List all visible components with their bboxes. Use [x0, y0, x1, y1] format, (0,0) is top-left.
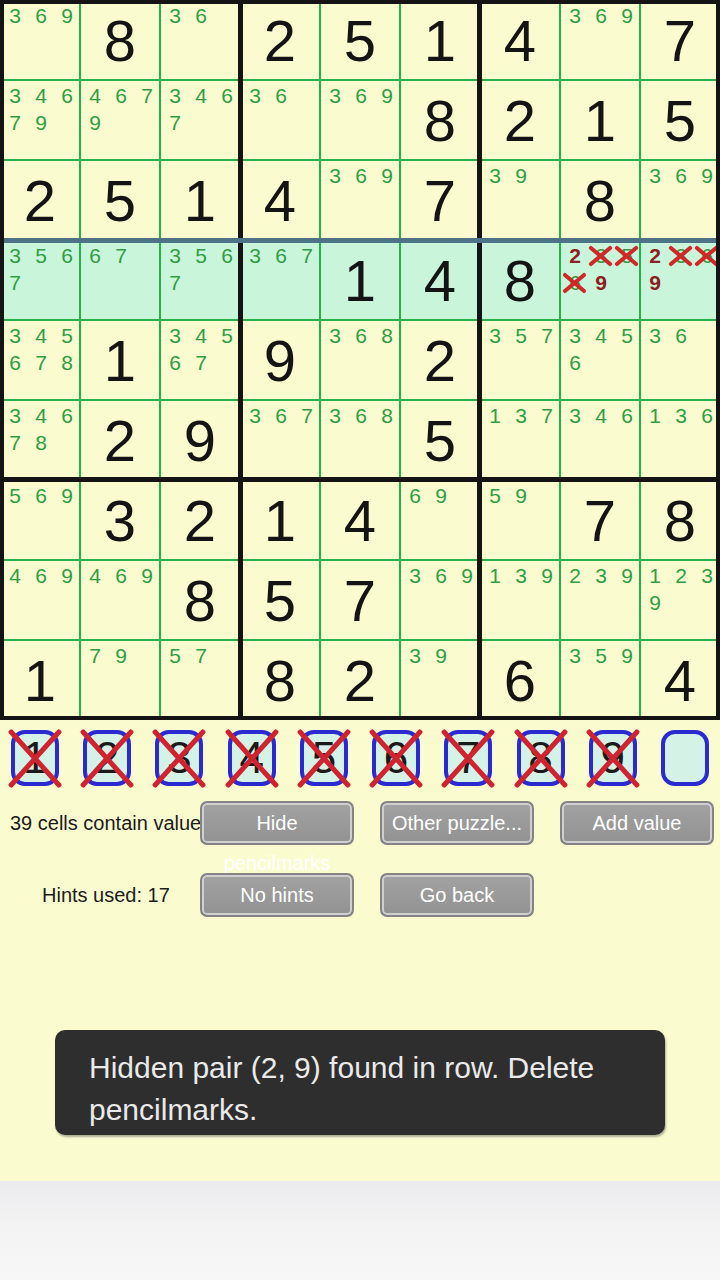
add-value-button[interactable]: Add value — [560, 801, 714, 845]
cell-value: 8 — [240, 640, 320, 720]
number-button-clear[interactable] — [661, 730, 709, 786]
crossout-icon — [613, 243, 640, 268]
cell-value: 4 — [640, 640, 720, 720]
pencilmark: 7 — [189, 643, 213, 668]
pencilmark: 9 — [695, 163, 719, 188]
cell-r7c6[interactable]: 69 — [400, 480, 480, 560]
cell-r8c7[interactable]: 139 — [480, 560, 560, 640]
pencilmark: 6 — [3, 350, 27, 375]
cell-r3c2[interactable]: 5 — [80, 160, 160, 240]
cell-value: 5 — [80, 160, 160, 240]
pencilmark: 5 — [55, 323, 79, 348]
cell-r3c7[interactable]: 39 — [480, 160, 560, 240]
cell-r7c9[interactable]: 8 — [640, 480, 720, 560]
pencilmark: 3 — [243, 243, 267, 268]
pencilmark: 6 — [695, 243, 719, 268]
cell-value: 1 — [240, 480, 320, 560]
cell-r8c6[interactable]: 369 — [400, 560, 480, 640]
cell-r2c9[interactable]: 5 — [640, 80, 720, 160]
pencilmark: 4 — [189, 323, 213, 348]
cell-r6c3[interactable]: 9 — [160, 400, 240, 480]
pencilmark: 3 — [509, 403, 533, 428]
pencilmark: 6 — [563, 350, 587, 375]
crossout-icon — [372, 730, 420, 786]
pencilmark: 3 — [3, 243, 27, 268]
cell-value: 8 — [160, 560, 240, 640]
cell-value: 9 — [240, 320, 320, 400]
pencilmark: 9 — [375, 163, 399, 188]
cell-r2c3[interactable]: 3467 — [160, 80, 240, 160]
pencilmark: 9 — [55, 3, 79, 28]
cell-r7c2[interactable]: 3 — [80, 480, 160, 560]
cell-r3c5[interactable]: 369 — [320, 160, 400, 240]
pencilmark: 3 — [483, 323, 507, 348]
pencilmark: 6 — [669, 163, 693, 188]
pencilmark: 7 — [109, 243, 133, 268]
pencilmark: 6 — [349, 163, 373, 188]
pencilmark: 6 — [269, 403, 293, 428]
pencilmark: 3 — [643, 163, 667, 188]
pencilmark: 6 — [109, 83, 133, 108]
cell-r5c6[interactable]: 2 — [400, 320, 480, 400]
cell-value: 4 — [400, 240, 480, 320]
number-button-6[interactable]: 6 — [372, 730, 420, 786]
pencilmark: 6 — [109, 563, 133, 588]
pencilmark: 7 — [295, 403, 319, 428]
pencilmark: 9 — [455, 563, 479, 588]
cell-r4c4[interactable]: 367 — [240, 240, 320, 320]
cell-value: 1 — [560, 80, 640, 160]
pencilmark: 3 — [323, 163, 347, 188]
cell-r9c5[interactable]: 2 — [320, 640, 400, 720]
pencilmark: 9 — [615, 563, 639, 588]
bottom-nav-area — [0, 1181, 720, 1280]
pencilmark: 4 — [83, 83, 107, 108]
cell-value: 3 — [80, 480, 160, 560]
crossout-icon — [300, 730, 348, 786]
pencilmark: 2 — [563, 243, 587, 268]
cell-r8c8[interactable]: 239 — [560, 560, 640, 640]
pencilmark: 7 — [3, 430, 27, 455]
pencilmark: 4 — [3, 563, 27, 588]
cell-r3c9[interactable]: 369 — [640, 160, 720, 240]
hint-toast-text: Hidden pair (2, 9) found in row. Delete … — [89, 1051, 594, 1126]
cell-r3c3[interactable]: 1 — [160, 160, 240, 240]
pencilmark: 5 — [189, 243, 213, 268]
pencilmark: 6 — [669, 323, 693, 348]
pencilmark: 3 — [589, 563, 613, 588]
pencilmark: 8 — [375, 323, 399, 348]
cell-value: 5 — [320, 0, 400, 80]
cell-r2c7[interactable]: 2 — [480, 80, 560, 160]
pencilmark: 9 — [509, 483, 533, 508]
pencilmark: 5 — [615, 323, 639, 348]
pencilmark: 8 — [29, 430, 53, 455]
pencilmark: 4 — [29, 83, 53, 108]
crossout-icon — [589, 730, 637, 786]
pencilmark: 4 — [589, 323, 613, 348]
pencilmark: 9 — [509, 163, 533, 188]
pencilmark: 4 — [29, 403, 53, 428]
cell-value: 1 — [320, 240, 400, 320]
cell-value: 4 — [240, 160, 320, 240]
cell-value: 7 — [320, 560, 400, 640]
cell-r4c6[interactable]: 4 — [400, 240, 480, 320]
pencilmark: 3 — [3, 83, 27, 108]
hide-pencilmarks-button[interactable]: Hide pencilmarks — [200, 801, 354, 845]
cell-r7c8[interactable]: 7 — [560, 480, 640, 560]
cell-value: 5 — [400, 400, 480, 480]
cell-value: 8 — [560, 160, 640, 240]
cell-value: 2 — [240, 0, 320, 80]
cell-r5c8[interactable]: 3456 — [560, 320, 640, 400]
cell-r3c6[interactable]: 7 — [400, 160, 480, 240]
cell-r5c4[interactable]: 9 — [240, 320, 320, 400]
pencilmark: 3 — [163, 323, 187, 348]
sudoku-board: 3698362514369734679467934673636982152514… — [0, 0, 720, 720]
pencilmark: 9 — [615, 3, 639, 28]
pencilmark: 3 — [323, 403, 347, 428]
other-puzzle-button[interactable]: Other puzzle... — [380, 801, 534, 845]
crossout-icon — [561, 270, 588, 295]
cell-r9c4[interactable]: 8 — [240, 640, 320, 720]
pencilmark: 9 — [109, 643, 133, 668]
cell-r2c5[interactable]: 369 — [320, 80, 400, 160]
cell-r6c6[interactable]: 5 — [400, 400, 480, 480]
pencilmark: 7 — [535, 323, 559, 348]
cell-r1c1[interactable]: 369 — [0, 0, 80, 80]
cell-r9c9[interactable]: 4 — [640, 640, 720, 720]
pencilmark: 6 — [55, 83, 79, 108]
crossout-icon — [693, 243, 720, 268]
pencilmark: 1 — [643, 563, 667, 588]
cell-r9c7[interactable]: 6 — [480, 640, 560, 720]
number-button-5[interactable]: 5 — [300, 730, 348, 786]
pencilmark: 9 — [589, 270, 613, 295]
pencilmark: 6 — [589, 3, 613, 28]
cell-r9c2[interactable]: 79 — [80, 640, 160, 720]
pencilmark: 7 — [163, 110, 187, 135]
cell-value: 2 — [160, 480, 240, 560]
pencilmark: 6 — [349, 403, 373, 428]
cell-value: 8 — [80, 0, 160, 80]
pencilmark: 7 — [83, 643, 107, 668]
pencilmark: 9 — [55, 483, 79, 508]
crossout-icon — [228, 730, 276, 786]
cell-r5c5[interactable]: 368 — [320, 320, 400, 400]
number-button-9[interactable]: 9 — [589, 730, 637, 786]
number-button-4[interactable]: 4 — [228, 730, 276, 786]
pencilmark: 7 — [3, 110, 27, 135]
pencilmark: 1 — [643, 403, 667, 428]
pencilmark: 6 — [349, 323, 373, 348]
pencilmark: 3 — [563, 403, 587, 428]
pencilmark: 8 — [375, 403, 399, 428]
pencilmark: 9 — [643, 270, 667, 295]
pencilmark: 6 — [269, 243, 293, 268]
pencilmark: 4 — [589, 403, 613, 428]
cell-r8c5[interactable]: 7 — [320, 560, 400, 640]
pencilmark: 3 — [3, 403, 27, 428]
cell-r3c4[interactable]: 4 — [240, 160, 320, 240]
cell-r5c3[interactable]: 34567 — [160, 320, 240, 400]
pencilmark: 3 — [403, 563, 427, 588]
pencilmark: 5 — [29, 243, 53, 268]
cell-r5c1[interactable]: 345678 — [0, 320, 80, 400]
pencilmark: 7 — [163, 270, 187, 295]
number-button-7[interactable]: 7 — [444, 730, 492, 786]
pencilmark: 3 — [695, 563, 719, 588]
cell-value: 1 — [160, 160, 240, 240]
pencilmark: 1 — [483, 403, 507, 428]
cell-r7c4[interactable]: 1 — [240, 480, 320, 560]
pencilmark: 6 — [429, 563, 453, 588]
pencilmark: 6 — [563, 270, 587, 295]
number-button-row: 123456789 — [0, 730, 720, 788]
pencilmark: 7 — [535, 403, 559, 428]
cell-value: 9 — [160, 400, 240, 480]
pencilmark: 9 — [55, 563, 79, 588]
cell-value: 7 — [640, 0, 720, 80]
cell-value: 8 — [400, 80, 480, 160]
pencilmark: 3 — [403, 643, 427, 668]
number-button-1[interactable]: 1 — [11, 730, 59, 786]
pencilmark: 6 — [349, 83, 373, 108]
go-back-button[interactable]: Go back — [380, 873, 534, 917]
cell-value: 4 — [320, 480, 400, 560]
pencilmark: 4 — [83, 563, 107, 588]
pencilmark: 6 — [83, 243, 107, 268]
cell-value: 2 — [480, 80, 560, 160]
pencilmark: 2 — [563, 563, 587, 588]
cell-value: 7 — [560, 480, 640, 560]
pencilmark: 5 — [483, 483, 507, 508]
pencilmark: 3 — [589, 243, 613, 268]
cell-r6c9[interactable]: 136 — [640, 400, 720, 480]
cell-value: 7 — [400, 160, 480, 240]
cell-r4c3[interactable]: 3567 — [160, 240, 240, 320]
pencilmark: 3 — [643, 323, 667, 348]
hints-used-label: Hints used: 17 — [42, 884, 170, 907]
number-button-2[interactable]: 2 — [83, 730, 131, 786]
cell-value: 2 — [0, 160, 80, 240]
pencilmark: 9 — [375, 83, 399, 108]
pencilmark: 4 — [29, 323, 53, 348]
pencilmark: 6 — [215, 83, 239, 108]
crossout-icon — [667, 243, 694, 268]
cell-r1c5[interactable]: 5 — [320, 0, 400, 80]
pencilmark: 6 — [55, 243, 79, 268]
pencilmark: 5 — [589, 643, 613, 668]
pencilmark: 2 — [669, 563, 693, 588]
cell-r4c8[interactable]: 23569 — [560, 240, 640, 320]
cell-r7c7[interactable]: 59 — [480, 480, 560, 560]
cell-r8c2[interactable]: 469 — [80, 560, 160, 640]
pencilmark: 6 — [29, 563, 53, 588]
pencilmark: 6 — [215, 243, 239, 268]
pencilmark: 3 — [323, 83, 347, 108]
cell-value: 2 — [80, 400, 160, 480]
pencilmark: 3 — [323, 323, 347, 348]
pencilmark: 9 — [29, 110, 53, 135]
cell-r1c8[interactable]: 369 — [560, 0, 640, 80]
pencilmark: 7 — [295, 243, 319, 268]
crossout-icon — [517, 730, 565, 786]
cell-value: 8 — [480, 240, 560, 320]
pencilmark: 6 — [163, 350, 187, 375]
cell-r5c2[interactable]: 1 — [80, 320, 160, 400]
cell-r4c5[interactable]: 1 — [320, 240, 400, 320]
cell-r7c3[interactable]: 2 — [160, 480, 240, 560]
cell-r2c2[interactable]: 4679 — [80, 80, 160, 160]
pencilmark: 2 — [643, 243, 667, 268]
cell-r3c8[interactable]: 8 — [560, 160, 640, 240]
pencilmark: 9 — [429, 483, 453, 508]
pencilmark: 9 — [83, 110, 107, 135]
pencilmark: 5 — [3, 483, 27, 508]
pencilmark: 3 — [563, 323, 587, 348]
cell-r2c4[interactable]: 36 — [240, 80, 320, 160]
cell-value: 4 — [480, 0, 560, 80]
cell-r5c7[interactable]: 357 — [480, 320, 560, 400]
cell-value: 5 — [640, 80, 720, 160]
pencilmark: 3 — [243, 403, 267, 428]
cell-r6c8[interactable]: 346 — [560, 400, 640, 480]
pencilmark: 7 — [135, 83, 159, 108]
pencilmark: 7 — [3, 270, 27, 295]
pencilmark: 5 — [163, 643, 187, 668]
cell-r4c9[interactable]: 2369 — [640, 240, 720, 320]
pencilmark: 6 — [269, 83, 293, 108]
pencilmark: 8 — [55, 350, 79, 375]
cell-r2c6[interactable]: 8 — [400, 80, 480, 160]
cell-r1c6[interactable]: 1 — [400, 0, 480, 80]
cell-r2c1[interactable]: 34679 — [0, 80, 80, 160]
pencilmark: 6 — [695, 403, 719, 428]
cell-r8c9[interactable]: 1239 — [640, 560, 720, 640]
pencilmark: 7 — [189, 350, 213, 375]
cell-value: 1 — [0, 640, 80, 720]
crossout-icon — [444, 730, 492, 786]
cell-r2c8[interactable]: 1 — [560, 80, 640, 160]
pencilmark: 6 — [29, 483, 53, 508]
pencilmark: 6 — [29, 3, 53, 28]
cell-value: 8 — [640, 480, 720, 560]
cell-r4c7[interactable]: 8 — [480, 240, 560, 320]
pencilmark: 3 — [163, 83, 187, 108]
cell-r3c1[interactable]: 2 — [0, 160, 80, 240]
cell-r1c4[interactable]: 2 — [240, 0, 320, 80]
cell-value: 5 — [240, 560, 320, 640]
pencilmark: 9 — [429, 643, 453, 668]
pencilmark: 5 — [215, 323, 239, 348]
cell-r6c4[interactable]: 367 — [240, 400, 320, 480]
cell-value: 2 — [400, 320, 480, 400]
cell-value: 1 — [80, 320, 160, 400]
number-button-3[interactable]: 3 — [155, 730, 203, 786]
crossout-icon — [11, 730, 59, 786]
pencilmark: 3 — [483, 163, 507, 188]
pencilmark: 6 — [615, 403, 639, 428]
cell-r4c2[interactable]: 67 — [80, 240, 160, 320]
no-hints-button[interactable]: No hints — [200, 873, 354, 917]
cell-r1c9[interactable]: 7 — [640, 0, 720, 80]
cell-r4c1[interactable]: 3567 — [0, 240, 80, 320]
cell-r9c6[interactable]: 39 — [400, 640, 480, 720]
pencilmark: 9 — [535, 563, 559, 588]
cell-r6c7[interactable]: 137 — [480, 400, 560, 480]
pencilmark: 3 — [669, 403, 693, 428]
cell-r7c1[interactable]: 569 — [0, 480, 80, 560]
pencilmark: 5 — [509, 323, 533, 348]
pencilmark: 5 — [615, 243, 639, 268]
cell-r9c3[interactable]: 57 — [160, 640, 240, 720]
cell-value: 6 — [480, 640, 560, 720]
cell-r8c3[interactable]: 8 — [160, 560, 240, 640]
hint-toast: Hidden pair (2, 9) found in row. Delete … — [55, 1030, 665, 1135]
pencilmark: 9 — [643, 590, 667, 615]
pencilmark: 3 — [563, 643, 587, 668]
cell-r9c8[interactable]: 359 — [560, 640, 640, 720]
pencilmark: 3 — [3, 3, 27, 28]
cell-r8c4[interactable]: 5 — [240, 560, 320, 640]
crossout-icon — [83, 730, 131, 786]
pencilmark: 4 — [189, 83, 213, 108]
cell-r5c9[interactable]: 36 — [640, 320, 720, 400]
pencilmark: 6 — [55, 403, 79, 428]
pencilmark: 3 — [563, 3, 587, 28]
cell-r6c1[interactable]: 34678 — [0, 400, 80, 480]
pencilmark: 6 — [189, 3, 213, 28]
cell-r1c3[interactable]: 36 — [160, 0, 240, 80]
cell-value: 2 — [320, 640, 400, 720]
pencilmark: 7 — [29, 350, 53, 375]
crossout-icon — [587, 243, 614, 268]
pencilmark: 9 — [135, 563, 159, 588]
cell-r7c5[interactable]: 4 — [320, 480, 400, 560]
cell-r6c5[interactable]: 368 — [320, 400, 400, 480]
pencilmark: 3 — [3, 323, 27, 348]
cells-status-label: 39 cells contain values — [10, 812, 211, 835]
pencilmark: 1 — [483, 563, 507, 588]
pencilmark: 3 — [243, 83, 267, 108]
cell-value: 1 — [400, 0, 480, 80]
pencilmark: 3 — [163, 243, 187, 268]
cell-r1c7[interactable]: 4 — [480, 0, 560, 80]
pencilmark: 6 — [403, 483, 427, 508]
cell-r1c2[interactable]: 8 — [80, 0, 160, 80]
cell-r6c2[interactable]: 2 — [80, 400, 160, 480]
cell-r8c1[interactable]: 469 — [0, 560, 80, 640]
pencilmark: 3 — [163, 3, 187, 28]
pencilmark: 9 — [615, 643, 639, 668]
number-button-8[interactable]: 8 — [517, 730, 565, 786]
cell-r9c1[interactable]: 1 — [0, 640, 80, 720]
crossout-icon — [155, 730, 203, 786]
pencilmark: 3 — [669, 243, 693, 268]
pencilmark: 3 — [509, 563, 533, 588]
